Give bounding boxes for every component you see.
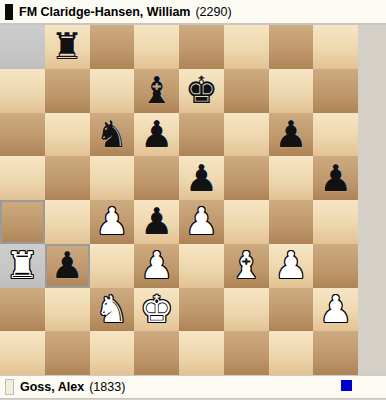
black-pawn[interactable]: ♟ (140, 116, 173, 153)
square-b3[interactable]: ♟ (45, 244, 90, 288)
square-f6[interactable] (224, 113, 269, 157)
square-g6[interactable]: ♟ (269, 113, 314, 157)
square-e2[interactable] (179, 288, 224, 332)
white-pawn[interactable]: ♟ (140, 247, 173, 284)
square-b5[interactable] (45, 156, 90, 200)
square-b2[interactable] (45, 288, 90, 332)
square-e5[interactable]: ♟ (179, 156, 224, 200)
black-pawn[interactable]: ♟ (185, 160, 218, 197)
square-e1[interactable] (179, 331, 224, 375)
square-h3[interactable] (313, 244, 358, 288)
square-h4[interactable] (313, 200, 358, 244)
game-window: FM Claridge-Hansen, William (2290) ♜♝♚♞♟… (0, 0, 386, 400)
black-player-name: FM Claridge-Hansen, William (19, 5, 190, 19)
square-g2[interactable] (269, 288, 314, 332)
square-e8[interactable] (179, 25, 224, 69)
square-b6[interactable] (45, 113, 90, 157)
square-a8[interactable] (0, 25, 45, 69)
square-b1[interactable] (45, 331, 90, 375)
white-color-icon (5, 379, 14, 395)
black-player-rating: (2290) (195, 5, 231, 19)
white-bishop[interactable]: ♝ (230, 247, 263, 284)
square-d6[interactable]: ♟ (134, 113, 179, 157)
square-c7[interactable] (90, 69, 135, 113)
square-c1[interactable] (90, 331, 135, 375)
black-bishop[interactable]: ♝ (140, 72, 173, 109)
square-f3[interactable]: ♝ (224, 244, 269, 288)
square-a7[interactable] (0, 69, 45, 113)
square-a6[interactable] (0, 113, 45, 157)
white-knight[interactable]: ♞ (95, 291, 128, 328)
square-h2[interactable]: ♟ (313, 288, 358, 332)
square-g8[interactable] (269, 25, 314, 69)
black-king[interactable]: ♚ (185, 72, 218, 109)
square-a2[interactable] (0, 288, 45, 332)
square-f4[interactable] (224, 200, 269, 244)
black-pawn[interactable]: ♟ (51, 247, 84, 284)
square-c6[interactable]: ♞ (90, 113, 135, 157)
white-player-rating: (1833) (89, 380, 125, 394)
square-a3[interactable]: ♜ (0, 244, 45, 288)
square-d7[interactable]: ♝ (134, 69, 179, 113)
square-e4[interactable]: ♟ (179, 200, 224, 244)
square-c8[interactable] (90, 25, 135, 69)
square-b4[interactable] (45, 200, 90, 244)
square-d8[interactable] (134, 25, 179, 69)
square-a4[interactable] (0, 200, 45, 244)
black-color-icon (5, 4, 13, 20)
black-pawn[interactable]: ♟ (140, 203, 173, 240)
square-c3[interactable] (90, 244, 135, 288)
side-to-move-indicator (341, 380, 352, 391)
white-player-name: Goss, Alex (20, 380, 84, 394)
square-b7[interactable] (45, 69, 90, 113)
square-g1[interactable] (269, 331, 314, 375)
white-pawn[interactable]: ♟ (319, 291, 352, 328)
black-player-bar: FM Claridge-Hansen, William (2290) (0, 0, 386, 25)
square-h1[interactable] (313, 331, 358, 375)
white-king[interactable]: ♚ (140, 291, 173, 328)
square-g7[interactable] (269, 69, 314, 113)
white-pawn[interactable]: ♟ (185, 203, 218, 240)
square-e6[interactable] (179, 113, 224, 157)
square-d1[interactable] (134, 331, 179, 375)
square-h5[interactable]: ♟ (313, 156, 358, 200)
square-d3[interactable]: ♟ (134, 244, 179, 288)
square-f2[interactable] (224, 288, 269, 332)
square-f7[interactable] (224, 69, 269, 113)
square-f5[interactable] (224, 156, 269, 200)
black-rook[interactable]: ♜ (51, 28, 84, 65)
chess-board[interactable]: ♜♝♚♞♟♟♟♟♟♟♟♜♟♟♝♟♞♚♟ (0, 25, 358, 375)
black-knight[interactable]: ♞ (95, 116, 128, 153)
square-d5[interactable] (134, 156, 179, 200)
white-rook[interactable]: ♜ (6, 247, 39, 284)
square-e3[interactable] (179, 244, 224, 288)
square-c2[interactable]: ♞ (90, 288, 135, 332)
square-d4[interactable]: ♟ (134, 200, 179, 244)
black-pawn[interactable]: ♟ (274, 116, 307, 153)
square-h6[interactable] (313, 113, 358, 157)
square-f1[interactable] (224, 331, 269, 375)
square-c5[interactable] (90, 156, 135, 200)
white-player-bar: Goss, Alex (1833) (0, 375, 386, 399)
square-a5[interactable] (0, 156, 45, 200)
square-c4[interactable]: ♟ (90, 200, 135, 244)
square-g3[interactable]: ♟ (269, 244, 314, 288)
square-h7[interactable] (313, 69, 358, 113)
white-pawn[interactable]: ♟ (95, 203, 128, 240)
black-pawn[interactable]: ♟ (319, 160, 352, 197)
square-e7[interactable]: ♚ (179, 69, 224, 113)
square-d2[interactable]: ♚ (134, 288, 179, 332)
square-g5[interactable] (269, 156, 314, 200)
square-g4[interactable] (269, 200, 314, 244)
square-b8[interactable]: ♜ (45, 25, 90, 69)
square-f8[interactable] (224, 25, 269, 69)
square-h8[interactable] (313, 25, 358, 69)
square-a1[interactable] (0, 331, 45, 375)
white-pawn[interactable]: ♟ (274, 247, 307, 284)
